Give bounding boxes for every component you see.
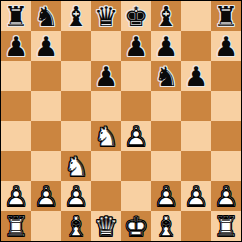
square-c6[interactable] (61, 61, 91, 91)
square-g4[interactable] (181, 121, 211, 151)
square-c2[interactable]: ♟♙ (61, 181, 91, 211)
piece-glyph: ♟ (211, 31, 241, 61)
piece-white-pawn[interactable]: ♟♙ (1, 181, 31, 211)
piece-outline-glyph: ♗ (61, 211, 91, 241)
piece-glyph: ♟ (121, 31, 151, 61)
piece-glyph: ♟ (91, 61, 121, 91)
square-b5[interactable] (31, 91, 61, 121)
square-h3[interactable] (211, 151, 241, 181)
square-d3[interactable] (91, 151, 121, 181)
square-e8[interactable]: ♚ (121, 1, 151, 31)
square-a2[interactable]: ♟♙ (1, 181, 31, 211)
piece-outline-glyph: ♗ (151, 211, 181, 241)
piece-outline-glyph: ♙ (211, 181, 241, 211)
piece-outline-glyph: ♘ (61, 151, 91, 181)
piece-outline-glyph: ♙ (1, 181, 31, 211)
square-d6[interactable]: ♟ (91, 61, 121, 91)
square-a6[interactable] (1, 61, 31, 91)
piece-glyph: ♜ (1, 1, 31, 31)
piece-glyph: ♟ (1, 31, 31, 61)
square-f2[interactable]: ♟♙ (151, 181, 181, 211)
square-h1[interactable]: ♜♖ (211, 211, 241, 241)
square-f8[interactable]: ♝ (151, 1, 181, 31)
square-c8[interactable]: ♝ (61, 1, 91, 31)
square-e7[interactable]: ♟ (121, 31, 151, 61)
square-f4[interactable] (151, 121, 181, 151)
square-d1[interactable]: ♛♕ (91, 211, 121, 241)
square-c4[interactable] (61, 121, 91, 151)
piece-white-pawn[interactable]: ♟♙ (61, 181, 91, 211)
piece-outline-glyph: ♖ (211, 211, 241, 241)
piece-black-pawn[interactable]: ♟ (211, 31, 241, 61)
square-f5[interactable] (151, 91, 181, 121)
square-f6[interactable]: ♞ (151, 61, 181, 91)
chess-board-wrap: ♜♞♝♛♚♝♜♟♟♟♟♟♟♞♟♞♘♟♙♞♘♟♙♟♙♟♙♟♙♟♙♟♙♜♖♝♗♛♕♚… (0, 0, 242, 242)
square-g8[interactable] (181, 1, 211, 31)
piece-white-king[interactable]: ♚♔ (121, 211, 151, 241)
square-d8[interactable]: ♛ (91, 1, 121, 31)
square-e6[interactable] (121, 61, 151, 91)
piece-white-pawn[interactable]: ♟♙ (121, 121, 151, 151)
square-e4[interactable]: ♟♙ (121, 121, 151, 151)
square-h2[interactable]: ♟♙ (211, 181, 241, 211)
piece-white-knight[interactable]: ♞♘ (91, 121, 121, 151)
piece-outline-glyph: ♖ (1, 211, 31, 241)
square-b7[interactable]: ♟ (31, 31, 61, 61)
piece-glyph: ♛ (91, 1, 121, 31)
piece-outline-glyph: ♙ (61, 181, 91, 211)
square-b4[interactable] (31, 121, 61, 151)
piece-outline-glyph: ♙ (121, 121, 151, 151)
piece-outline-glyph: ♘ (91, 121, 121, 151)
square-b6[interactable] (31, 61, 61, 91)
piece-glyph: ♟ (151, 31, 181, 61)
square-c1[interactable]: ♝♗ (61, 211, 91, 241)
square-d4[interactable]: ♞♘ (91, 121, 121, 151)
square-g7[interactable] (181, 31, 211, 61)
piece-outline-glyph: ♔ (121, 211, 151, 241)
piece-glyph: ♝ (151, 1, 181, 31)
piece-white-bishop[interactable]: ♝♗ (61, 211, 91, 241)
piece-white-rook[interactable]: ♜♖ (211, 211, 241, 241)
piece-black-knight[interactable]: ♞ (151, 61, 181, 91)
piece-black-pawn[interactable]: ♟ (181, 61, 211, 91)
square-h4[interactable] (211, 121, 241, 151)
piece-white-bishop[interactable]: ♝♗ (151, 211, 181, 241)
piece-glyph: ♞ (151, 61, 181, 91)
piece-white-queen[interactable]: ♛♕ (91, 211, 121, 241)
square-g2[interactable]: ♟♙ (181, 181, 211, 211)
piece-white-pawn[interactable]: ♟♙ (31, 181, 61, 211)
square-e5[interactable] (121, 91, 151, 121)
piece-black-rook[interactable]: ♜ (211, 1, 241, 31)
piece-black-king[interactable]: ♚ (121, 1, 151, 31)
piece-outline-glyph: ♙ (181, 181, 211, 211)
square-f3[interactable] (151, 151, 181, 181)
square-b3[interactable] (31, 151, 61, 181)
square-f7[interactable]: ♟ (151, 31, 181, 61)
piece-white-rook[interactable]: ♜♖ (1, 211, 31, 241)
piece-white-knight[interactable]: ♞♘ (61, 151, 91, 181)
square-a3[interactable] (1, 151, 31, 181)
piece-glyph: ♞ (31, 1, 61, 31)
piece-black-bishop[interactable]: ♝ (151, 1, 181, 31)
square-h8[interactable]: ♜ (211, 1, 241, 31)
piece-black-rook[interactable]: ♜ (1, 1, 31, 31)
piece-black-knight[interactable]: ♞ (31, 1, 61, 31)
square-a1[interactable]: ♜♖ (1, 211, 31, 241)
square-d5[interactable] (91, 91, 121, 121)
piece-black-pawn[interactable]: ♟ (1, 31, 31, 61)
piece-black-pawn[interactable]: ♟ (31, 31, 61, 61)
square-c3[interactable]: ♞♘ (61, 151, 91, 181)
piece-white-pawn[interactable]: ♟♙ (181, 181, 211, 211)
square-g1[interactable] (181, 211, 211, 241)
piece-glyph: ♟ (31, 31, 61, 61)
square-a8[interactable]: ♜ (1, 1, 31, 31)
square-a4[interactable] (1, 121, 31, 151)
square-a5[interactable] (1, 91, 31, 121)
square-b8[interactable]: ♞ (31, 1, 61, 31)
square-c5[interactable] (61, 91, 91, 121)
piece-black-pawn[interactable]: ♟ (151, 31, 181, 61)
square-e1[interactable]: ♚♔ (121, 211, 151, 241)
square-a7[interactable]: ♟ (1, 31, 31, 61)
piece-outline-glyph: ♙ (151, 181, 181, 211)
square-h5[interactable] (211, 91, 241, 121)
square-h7[interactable]: ♟ (211, 31, 241, 61)
square-d2[interactable] (91, 181, 121, 211)
piece-glyph: ♝ (61, 1, 91, 31)
square-b1[interactable] (31, 211, 61, 241)
chess-board: ♜♞♝♛♚♝♜♟♟♟♟♟♟♞♟♞♘♟♙♞♘♟♙♟♙♟♙♟♙♟♙♟♙♜♖♝♗♛♕♚… (0, 0, 242, 242)
piece-glyph: ♟ (181, 61, 211, 91)
square-g6[interactable]: ♟ (181, 61, 211, 91)
square-e3[interactable] (121, 151, 151, 181)
square-f1[interactable]: ♝♗ (151, 211, 181, 241)
square-e2[interactable] (121, 181, 151, 211)
piece-black-bishop[interactable]: ♝ (61, 1, 91, 31)
piece-white-pawn[interactable]: ♟♙ (151, 181, 181, 211)
piece-black-pawn[interactable]: ♟ (121, 31, 151, 61)
piece-black-queen[interactable]: ♛ (91, 1, 121, 31)
piece-outline-glyph: ♕ (91, 211, 121, 241)
piece-outline-glyph: ♙ (31, 181, 61, 211)
square-b2[interactable]: ♟♙ (31, 181, 61, 211)
piece-black-pawn[interactable]: ♟ (91, 61, 121, 91)
piece-glyph: ♚ (121, 1, 151, 31)
piece-glyph: ♜ (211, 1, 241, 31)
piece-white-pawn[interactable]: ♟♙ (211, 181, 241, 211)
square-g3[interactable] (181, 151, 211, 181)
square-g5[interactable] (181, 91, 211, 121)
square-h6[interactable] (211, 61, 241, 91)
square-c7[interactable] (61, 31, 91, 61)
square-d7[interactable] (91, 31, 121, 61)
